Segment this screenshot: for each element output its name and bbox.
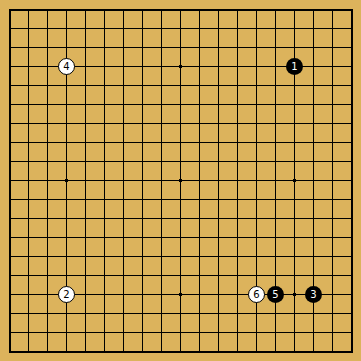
intersection: [247, 190, 266, 209]
intersection: [38, 38, 57, 57]
intersection: [285, 133, 304, 152]
intersection: [304, 95, 323, 114]
intersection: [57, 0, 76, 19]
intersection: [76, 247, 95, 266]
intersection: [114, 152, 133, 171]
intersection: [323, 19, 342, 38]
intersection: [171, 323, 190, 342]
intersection: [209, 171, 228, 190]
intersection: [114, 304, 133, 323]
stone-black-5: 5: [267, 286, 284, 303]
intersection: [190, 266, 209, 285]
intersection: [247, 57, 266, 76]
intersection: [57, 76, 76, 95]
intersection: [190, 285, 209, 304]
intersection: [342, 304, 361, 323]
intersection: [266, 266, 285, 285]
intersection: [342, 114, 361, 133]
star-point: [293, 293, 296, 296]
intersection: [76, 304, 95, 323]
intersection: [285, 19, 304, 38]
intersection: [19, 38, 38, 57]
intersection: [0, 19, 19, 38]
intersection: [152, 342, 171, 361]
intersection: [266, 19, 285, 38]
intersection: [209, 133, 228, 152]
intersection: [342, 323, 361, 342]
intersection: [285, 266, 304, 285]
intersection: [209, 38, 228, 57]
intersection: [76, 0, 95, 19]
intersection: [76, 342, 95, 361]
intersection: [95, 95, 114, 114]
intersection: [209, 285, 228, 304]
intersection: [38, 304, 57, 323]
intersection: [38, 190, 57, 209]
intersection: [152, 38, 171, 57]
intersection: [342, 209, 361, 228]
intersection: [38, 19, 57, 38]
intersection: [171, 38, 190, 57]
intersection: [133, 228, 152, 247]
intersection: [171, 209, 190, 228]
intersection: [285, 323, 304, 342]
intersection: [247, 95, 266, 114]
intersection: [133, 304, 152, 323]
intersection: [76, 323, 95, 342]
stone-move-number: 5: [272, 290, 278, 300]
intersection: [152, 171, 171, 190]
intersection: [0, 133, 19, 152]
intersection: [38, 95, 57, 114]
intersection: [38, 266, 57, 285]
intersection: [95, 209, 114, 228]
intersection: [266, 323, 285, 342]
intersection: [266, 190, 285, 209]
intersection: [0, 209, 19, 228]
intersection: [228, 76, 247, 95]
intersection: [247, 114, 266, 133]
intersection: [247, 0, 266, 19]
intersection: [190, 38, 209, 57]
intersection: [323, 266, 342, 285]
intersection: [19, 228, 38, 247]
intersection: [38, 152, 57, 171]
intersection: [323, 95, 342, 114]
intersection: [76, 57, 95, 76]
intersection: [133, 57, 152, 76]
intersection: [190, 171, 209, 190]
stone-white-4: 4: [58, 58, 75, 75]
intersection: [0, 190, 19, 209]
intersection: [57, 19, 76, 38]
intersection: [114, 57, 133, 76]
intersection: [228, 57, 247, 76]
intersection: [285, 38, 304, 57]
intersection: [190, 228, 209, 247]
stone-black-3: 3: [305, 286, 322, 303]
intersection: [57, 247, 76, 266]
intersection: [76, 190, 95, 209]
intersection: [0, 323, 19, 342]
intersection: [38, 285, 57, 304]
intersection: [76, 171, 95, 190]
intersection: [95, 266, 114, 285]
intersection: [171, 190, 190, 209]
intersection: [114, 190, 133, 209]
intersection: [38, 342, 57, 361]
intersection: [95, 323, 114, 342]
intersection: [114, 209, 133, 228]
intersection: [190, 19, 209, 38]
intersection: [95, 76, 114, 95]
star-point: [179, 293, 182, 296]
intersection: [76, 95, 95, 114]
intersection: [19, 95, 38, 114]
intersection: [95, 190, 114, 209]
intersection: [304, 0, 323, 19]
intersection: [38, 133, 57, 152]
intersection: [19, 57, 38, 76]
intersection: [266, 228, 285, 247]
intersection: [247, 76, 266, 95]
intersection: [228, 152, 247, 171]
intersection: [323, 190, 342, 209]
intersection: [57, 95, 76, 114]
intersection: [304, 190, 323, 209]
intersection: [0, 171, 19, 190]
stone-move-number: 6: [253, 290, 259, 300]
intersection: [285, 228, 304, 247]
intersection: [76, 152, 95, 171]
intersection: [57, 190, 76, 209]
intersection: [38, 209, 57, 228]
intersection: [228, 95, 247, 114]
intersection: [0, 57, 19, 76]
star-point: [293, 179, 296, 182]
intersection: [152, 304, 171, 323]
intersection: [95, 304, 114, 323]
intersection: [228, 38, 247, 57]
intersection: [190, 209, 209, 228]
intersection: [266, 0, 285, 19]
intersection: [95, 285, 114, 304]
intersection: [38, 57, 57, 76]
intersection: [133, 0, 152, 19]
intersection: [76, 133, 95, 152]
intersection: [19, 0, 38, 19]
intersection: [323, 228, 342, 247]
star-point: [65, 179, 68, 182]
intersection: [285, 304, 304, 323]
intersection: [247, 171, 266, 190]
intersection: [171, 152, 190, 171]
intersection: [76, 209, 95, 228]
intersection: [190, 57, 209, 76]
intersection: [171, 19, 190, 38]
intersection: [209, 266, 228, 285]
intersection: [209, 209, 228, 228]
intersection: [19, 171, 38, 190]
intersection: [0, 247, 19, 266]
intersection: [342, 133, 361, 152]
intersection: [323, 133, 342, 152]
intersection: [133, 209, 152, 228]
intersection: [152, 0, 171, 19]
intersection: [304, 38, 323, 57]
intersection: [190, 76, 209, 95]
intersection: [95, 114, 114, 133]
intersection: [190, 323, 209, 342]
intersection: [247, 304, 266, 323]
intersection: [19, 152, 38, 171]
intersection: [19, 342, 38, 361]
intersection: [342, 228, 361, 247]
intersection: [266, 342, 285, 361]
stone-move-number: 1: [291, 62, 297, 72]
intersection: [266, 57, 285, 76]
intersection: [247, 342, 266, 361]
intersection: [171, 228, 190, 247]
intersection: [152, 114, 171, 133]
intersection: [228, 342, 247, 361]
intersection: [228, 133, 247, 152]
intersection: [152, 190, 171, 209]
intersection: [285, 342, 304, 361]
intersection: [76, 266, 95, 285]
intersection: [152, 133, 171, 152]
intersection: [247, 228, 266, 247]
intersection: [323, 285, 342, 304]
intersection: [76, 19, 95, 38]
intersection: [57, 228, 76, 247]
intersection: [209, 304, 228, 323]
intersection: [114, 342, 133, 361]
intersection: [342, 266, 361, 285]
intersection: [19, 247, 38, 266]
intersection: [190, 0, 209, 19]
intersection: [19, 76, 38, 95]
intersection: [266, 152, 285, 171]
intersection: [171, 76, 190, 95]
intersection: [247, 19, 266, 38]
intersection: [304, 304, 323, 323]
intersection: [342, 76, 361, 95]
intersection: [342, 19, 361, 38]
intersection: [133, 190, 152, 209]
stone-white-6: 6: [248, 286, 265, 303]
intersection: [95, 228, 114, 247]
intersection: [228, 323, 247, 342]
intersection: [133, 76, 152, 95]
intersection: [133, 19, 152, 38]
intersection: [304, 171, 323, 190]
intersection: [133, 266, 152, 285]
intersection: [171, 342, 190, 361]
intersection: [342, 247, 361, 266]
intersection: [19, 19, 38, 38]
intersection: [266, 209, 285, 228]
intersection: [38, 228, 57, 247]
intersection: [190, 342, 209, 361]
intersection: [76, 285, 95, 304]
intersection: [95, 133, 114, 152]
intersection: [247, 152, 266, 171]
intersection: [114, 133, 133, 152]
intersection: [133, 285, 152, 304]
go-board: 123456: [0, 0, 361, 361]
intersection: [0, 342, 19, 361]
intersection: [38, 76, 57, 95]
intersection: [152, 285, 171, 304]
intersection: [342, 190, 361, 209]
intersection: [95, 171, 114, 190]
intersection: [152, 228, 171, 247]
intersection: [0, 304, 19, 323]
intersection: [57, 266, 76, 285]
intersection: [152, 76, 171, 95]
stone-move-number: 3: [310, 290, 316, 300]
intersection: [76, 76, 95, 95]
intersection: [57, 323, 76, 342]
intersection: [19, 209, 38, 228]
intersection: [38, 114, 57, 133]
intersection: [133, 247, 152, 266]
intersection: [228, 304, 247, 323]
intersection: [114, 228, 133, 247]
intersection: [171, 95, 190, 114]
intersection: [19, 266, 38, 285]
intersection: [95, 57, 114, 76]
intersection: [190, 247, 209, 266]
intersection: [95, 38, 114, 57]
intersection: [38, 323, 57, 342]
intersection: [342, 38, 361, 57]
intersection: [304, 76, 323, 95]
intersection: [285, 247, 304, 266]
intersection: [209, 323, 228, 342]
intersection: [323, 38, 342, 57]
intersection: [304, 114, 323, 133]
intersection: [57, 304, 76, 323]
intersection: [304, 19, 323, 38]
intersection: [152, 19, 171, 38]
stone-move-number: 2: [63, 290, 69, 300]
intersection: [209, 342, 228, 361]
intersection: [228, 266, 247, 285]
intersection: [304, 342, 323, 361]
intersection: [0, 38, 19, 57]
intersection: [114, 114, 133, 133]
intersection: [209, 76, 228, 95]
intersection: [323, 0, 342, 19]
intersection: [114, 19, 133, 38]
intersection: [57, 114, 76, 133]
intersection: [228, 285, 247, 304]
intersection: [304, 209, 323, 228]
intersection: [323, 304, 342, 323]
intersection: [266, 304, 285, 323]
intersection: [114, 171, 133, 190]
intersection: [171, 133, 190, 152]
intersection: [342, 285, 361, 304]
intersection: [190, 133, 209, 152]
intersection: [171, 0, 190, 19]
intersection: [114, 76, 133, 95]
intersection: [209, 114, 228, 133]
intersection: [152, 57, 171, 76]
intersection: [228, 209, 247, 228]
intersection: [304, 152, 323, 171]
intersection: [266, 38, 285, 57]
intersection: [323, 57, 342, 76]
intersection: [285, 152, 304, 171]
intersection: [57, 342, 76, 361]
intersection: [228, 171, 247, 190]
intersection: [266, 247, 285, 266]
intersection: [0, 152, 19, 171]
intersection: [342, 342, 361, 361]
intersection: [228, 247, 247, 266]
intersection: [133, 171, 152, 190]
intersection: [114, 285, 133, 304]
intersection: [266, 95, 285, 114]
intersection: [247, 323, 266, 342]
intersection: [209, 57, 228, 76]
intersection: [133, 133, 152, 152]
intersection: [57, 152, 76, 171]
intersection: [171, 266, 190, 285]
intersection: [209, 247, 228, 266]
intersection: [76, 114, 95, 133]
intersection: [304, 133, 323, 152]
intersection: [0, 0, 19, 19]
stone-move-number: 4: [63, 62, 69, 72]
intersection: [323, 342, 342, 361]
intersection: [266, 76, 285, 95]
intersection: [19, 133, 38, 152]
intersection: [323, 152, 342, 171]
intersection: [304, 323, 323, 342]
intersection: [228, 114, 247, 133]
intersection: [323, 76, 342, 95]
intersection: [133, 114, 152, 133]
intersection: [76, 38, 95, 57]
intersection: [342, 57, 361, 76]
intersection: [266, 114, 285, 133]
intersection: [0, 228, 19, 247]
stone-black-1: 1: [286, 58, 303, 75]
intersection: [304, 247, 323, 266]
intersection: [95, 19, 114, 38]
intersection: [171, 247, 190, 266]
intersection: [114, 323, 133, 342]
intersection: [0, 95, 19, 114]
intersection: [38, 0, 57, 19]
intersection: [266, 133, 285, 152]
intersection: [0, 266, 19, 285]
intersection: [323, 323, 342, 342]
intersection: [285, 209, 304, 228]
intersection: [266, 171, 285, 190]
star-point: [179, 65, 182, 68]
intersection: [285, 114, 304, 133]
intersection: [19, 114, 38, 133]
intersection: [342, 171, 361, 190]
intersection: [114, 266, 133, 285]
intersection: [38, 247, 57, 266]
intersection: [228, 228, 247, 247]
